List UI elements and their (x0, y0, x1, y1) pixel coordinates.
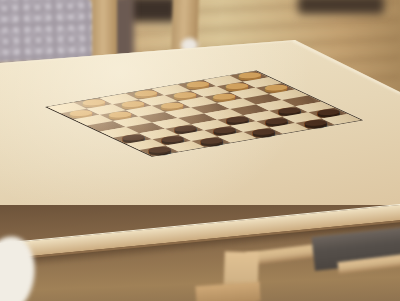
upholstered-chair-back (0, 0, 99, 64)
room-scene: ●●●●●●●●●●●●●●●●●●●●●●●● (0, 0, 400, 301)
background-furniture (298, 0, 384, 14)
chair-rail (195, 282, 260, 301)
